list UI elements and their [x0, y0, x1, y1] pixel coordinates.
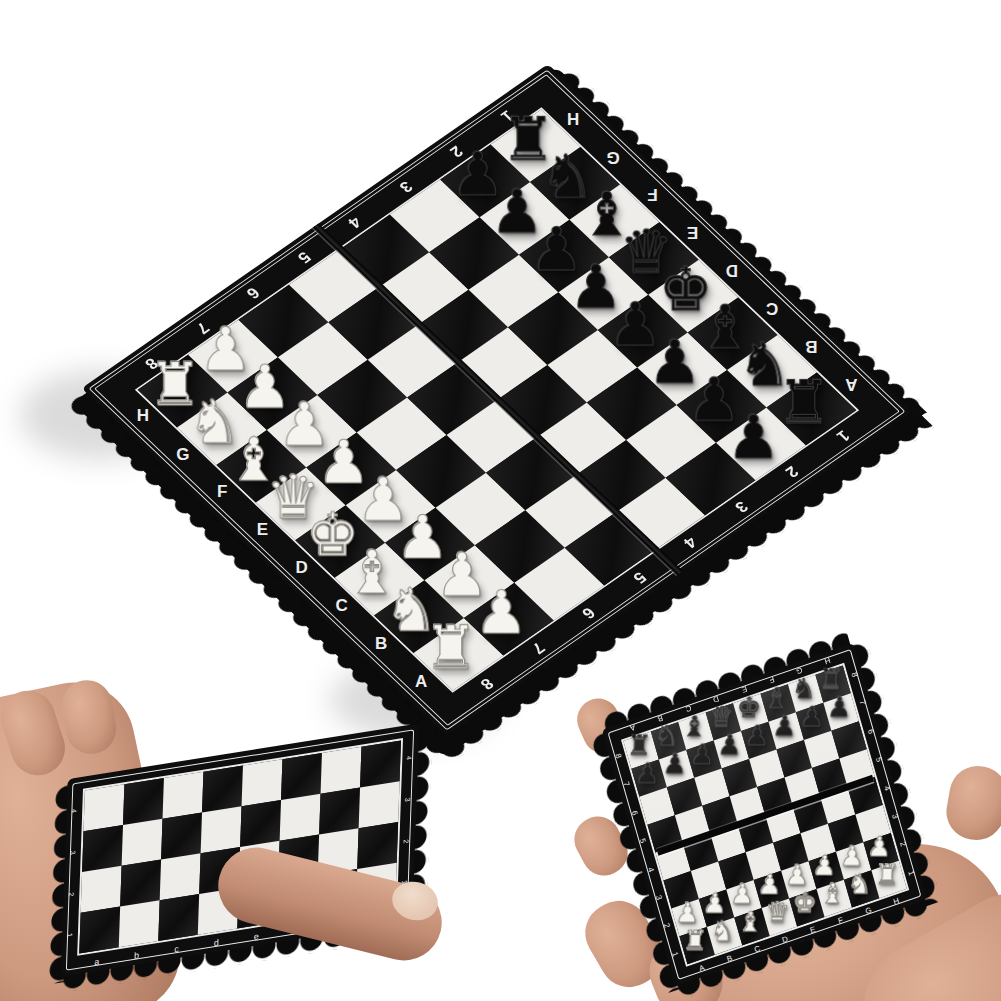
square-light [163, 772, 204, 819]
square-light [242, 759, 283, 806]
right-hand-fingertip [567, 809, 636, 884]
square-dark [161, 812, 202, 859]
chess-piece-black-bishop: ♝ [682, 713, 707, 741]
square-light [81, 866, 122, 913]
chess-piece-black-knight: ♞ [792, 675, 817, 703]
chess-piece-black-rook: ♜ [627, 732, 652, 760]
square-dark [82, 825, 123, 872]
square-light [160, 853, 201, 900]
chess-piece-black-pawn: ♟ [451, 144, 505, 204]
square-dark [319, 787, 360, 834]
chess-piece-white-pawn: ♟ [199, 319, 253, 379]
chess-piece-black-knight: ♞ [655, 722, 680, 750]
chess-piece-black-king: ♚ [737, 694, 762, 722]
square-light [201, 806, 242, 853]
square-dark [123, 778, 164, 825]
chess-piece-black-rook: ♜ [501, 109, 555, 169]
square-light [359, 781, 400, 828]
chess-piece-black-bishop: ♝ [764, 684, 789, 712]
chess-piece-white-rook: ♜ [148, 354, 202, 414]
square-light [119, 900, 160, 947]
square-dark [202, 765, 243, 812]
open-chess-board-photo: 87654321 87654321 HGFEDCBA HGFEDCBA ♜♟♟♜… [82, 64, 913, 736]
square-dark [357, 822, 398, 869]
square-light [83, 784, 124, 831]
square-dark [281, 753, 322, 800]
square-dark [240, 800, 281, 847]
square-dark [120, 859, 161, 906]
square-light [122, 819, 163, 866]
square-dark [360, 740, 401, 787]
chess-piece-black-queen: ♛ [709, 703, 734, 731]
square-light [321, 747, 362, 794]
main-board-frame: 87654321 87654321 HGFEDCBA HGFEDCBA ♜♟♟♜… [82, 64, 913, 736]
square-light [280, 794, 321, 841]
square-dark [158, 894, 199, 941]
square-dark [79, 906, 120, 953]
right-hand-fingertip [942, 762, 1001, 845]
chess-piece-black-rook: ♜ [819, 665, 844, 693]
product-photo-collage: 87654321 87654321 HGFEDCBA HGFEDCBA ♜♟♟♜… [0, 0, 1001, 1001]
